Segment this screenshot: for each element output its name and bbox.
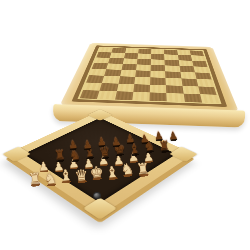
black-pawn: ♟ (168, 130, 178, 141)
tray-corner-post (83, 198, 117, 220)
tray-felt-lining (24, 118, 177, 203)
board-square-h1 (200, 94, 219, 103)
board-square-d1 (132, 92, 150, 101)
tray-corner-post (88, 109, 112, 120)
board-square-b1 (97, 91, 116, 100)
tray-clasp (93, 192, 101, 199)
board-grid (77, 47, 221, 104)
tray-corner-post (2, 147, 30, 162)
board-square-e1 (150, 92, 167, 101)
chess-board (59, 43, 239, 113)
board-square-c1 (115, 91, 134, 100)
storage-tray (7, 111, 194, 216)
tray-corner-post (169, 147, 197, 162)
product-photo: ♜♞♝♛♚♝♞♜ ♟♟♟♟♟♟♟♟ ♜♞♝♛♚♝♞♜ ♟♟♟♟♟♟♟♟ (0, 0, 250, 250)
storage-tray-assembly: ♜♞♝♛♚♝♞♜ ♟♟♟♟♟♟♟♟ ♜♞♝♛♚♝♞♜ ♟♟♟♟♟♟♟♟ (0, 108, 250, 250)
board-square-f1 (166, 93, 184, 102)
